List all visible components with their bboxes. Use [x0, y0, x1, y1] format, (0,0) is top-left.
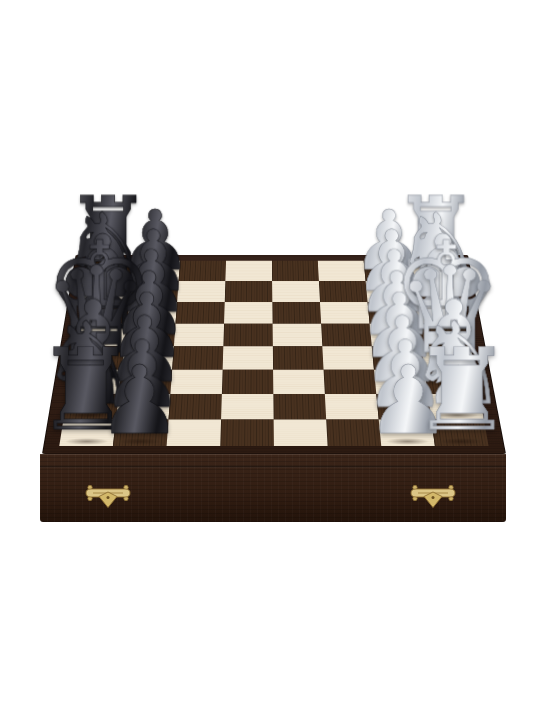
square-h4[interactable] — [272, 261, 319, 281]
square-a7[interactable]: ♟ — [113, 419, 169, 445]
square-c5[interactable] — [222, 370, 273, 394]
square-b5[interactable] — [221, 394, 274, 419]
square-a1[interactable]: ♜ — [431, 419, 488, 445]
brass-clasp-left-icon — [84, 482, 132, 510]
board-grid: ♜♟♟♜♞♟♟♞♝♟♟♝♚♟♟♚♛♟♟♛♝♟♟♝♞♟♟♞♜♟♟♜ — [59, 261, 488, 446]
piece-white-rook[interactable]: ♜ — [411, 334, 513, 447]
square-g5[interactable] — [225, 281, 273, 302]
square-d5[interactable] — [223, 346, 273, 369]
square-c4[interactable] — [273, 370, 325, 394]
board-scene: ♜♟♟♜♞♟♟♞♝♟♟♝♚♟♟♚♛♟♟♛♝♟♟♝♞♟♟♞♜♟♟♜ — [41, 0, 507, 464]
chess-board: ♜♟♟♜♞♟♟♞♝♟♟♝♚♟♟♚♛♟♟♛♝♟♟♝♞♟♟♞♜♟♟♜ — [42, 255, 506, 454]
square-e5[interactable] — [223, 324, 272, 347]
product-photo: ♜♟♟♜♞♟♟♞♝♟♟♝♚♟♟♚♛♟♟♛♝♟♟♝♞♟♟♞♜♟♟♜ — [0, 0, 540, 720]
square-f5[interactable] — [224, 302, 273, 324]
lid-seam — [40, 466, 506, 468]
square-a4[interactable] — [274, 419, 328, 445]
piece-black-pawn[interactable]: ♟ — [97, 353, 182, 448]
square-h5[interactable] — [225, 261, 272, 281]
square-b4[interactable] — [273, 394, 326, 419]
square-e4[interactable] — [273, 324, 323, 347]
square-g4[interactable] — [272, 281, 320, 302]
square-d4[interactable] — [273, 346, 324, 369]
square-a5[interactable] — [220, 419, 274, 445]
brass-clasp-right-icon — [409, 482, 457, 510]
storage-box-front — [40, 454, 506, 522]
square-f4[interactable] — [272, 302, 321, 324]
